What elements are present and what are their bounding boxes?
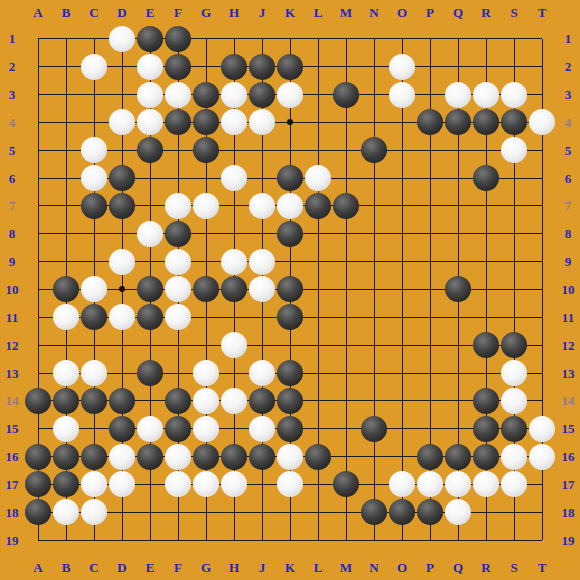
- intersection-B17[interactable]: [52, 470, 80, 498]
- intersection-L2[interactable]: [304, 53, 332, 81]
- intersection-N18[interactable]: [360, 498, 388, 526]
- black-stone-L7[interactable]: [305, 193, 331, 219]
- intersection-D13[interactable]: [108, 359, 136, 387]
- intersection-A11[interactable]: [24, 303, 52, 331]
- intersection-R15[interactable]: [472, 415, 500, 443]
- black-stone-M3[interactable]: [333, 82, 359, 108]
- intersection-M19[interactable]: [332, 526, 360, 554]
- intersection-F8[interactable]: [164, 220, 192, 248]
- intersection-H7[interactable]: [220, 192, 248, 220]
- intersection-H9[interactable]: [220, 248, 248, 276]
- intersection-O9[interactable]: [388, 248, 416, 276]
- black-stone-A16[interactable]: [25, 444, 51, 470]
- intersection-A19[interactable]: [24, 526, 52, 554]
- intersection-H8[interactable]: [220, 220, 248, 248]
- intersection-T9[interactable]: [528, 248, 556, 276]
- intersection-P17[interactable]: [416, 470, 444, 498]
- intersection-A8[interactable]: [24, 220, 52, 248]
- intersection-N3[interactable]: [360, 81, 388, 109]
- white-stone-C5[interactable]: [81, 137, 107, 163]
- intersection-S4[interactable]: [500, 109, 528, 137]
- intersection-K8[interactable]: [276, 220, 304, 248]
- intersection-B14[interactable]: [52, 387, 80, 415]
- white-stone-L6[interactable]: [305, 165, 331, 191]
- intersection-P9[interactable]: [416, 248, 444, 276]
- intersection-E18[interactable]: [136, 498, 164, 526]
- intersection-D9[interactable]: [108, 248, 136, 276]
- intersection-T16[interactable]: [528, 443, 556, 471]
- black-stone-K15[interactable]: [277, 416, 303, 442]
- intersection-S2[interactable]: [500, 53, 528, 81]
- intersection-G10[interactable]: [192, 276, 220, 304]
- intersection-M16[interactable]: [332, 443, 360, 471]
- intersection-S13[interactable]: [500, 359, 528, 387]
- intersection-C2[interactable]: [80, 53, 108, 81]
- intersection-A6[interactable]: [24, 164, 52, 192]
- white-stone-E4[interactable]: [137, 109, 163, 135]
- intersection-G17[interactable]: [192, 470, 220, 498]
- intersection-R1[interactable]: [472, 25, 500, 53]
- intersection-P1[interactable]: [416, 25, 444, 53]
- intersection-C5[interactable]: [80, 136, 108, 164]
- intersection-C4[interactable]: [80, 109, 108, 137]
- black-stone-B17[interactable]: [53, 471, 79, 497]
- intersection-T7[interactable]: [528, 192, 556, 220]
- intersection-D14[interactable]: [108, 387, 136, 415]
- intersection-L12[interactable]: [304, 331, 332, 359]
- intersection-T12[interactable]: [528, 331, 556, 359]
- intersection-Q12[interactable]: [444, 331, 472, 359]
- intersection-J19[interactable]: [248, 526, 276, 554]
- black-stone-A14[interactable]: [25, 388, 51, 414]
- intersection-G18[interactable]: [192, 498, 220, 526]
- intersection-G9[interactable]: [192, 248, 220, 276]
- intersection-R3[interactable]: [472, 81, 500, 109]
- intersection-B19[interactable]: [52, 526, 80, 554]
- intersection-C8[interactable]: [80, 220, 108, 248]
- intersection-S9[interactable]: [500, 248, 528, 276]
- intersection-Q19[interactable]: [444, 526, 472, 554]
- intersection-F6[interactable]: [164, 164, 192, 192]
- black-stone-K14[interactable]: [277, 388, 303, 414]
- intersection-H1[interactable]: [220, 25, 248, 53]
- intersection-F2[interactable]: [164, 53, 192, 81]
- black-stone-F1[interactable]: [165, 26, 191, 52]
- black-stone-D14[interactable]: [109, 388, 135, 414]
- black-stone-F8[interactable]: [165, 221, 191, 247]
- intersection-K19[interactable]: [276, 526, 304, 554]
- intersection-B13[interactable]: [52, 359, 80, 387]
- intersection-Q16[interactable]: [444, 443, 472, 471]
- intersection-E17[interactable]: [136, 470, 164, 498]
- white-stone-R3[interactable]: [473, 82, 499, 108]
- intersection-D12[interactable]: [108, 331, 136, 359]
- black-stone-N5[interactable]: [361, 137, 387, 163]
- intersection-Q18[interactable]: [444, 498, 472, 526]
- intersection-C10[interactable]: [80, 276, 108, 304]
- intersection-N17[interactable]: [360, 470, 388, 498]
- white-stone-J4[interactable]: [249, 109, 275, 135]
- intersection-L14[interactable]: [304, 387, 332, 415]
- white-stone-B11[interactable]: [53, 304, 79, 330]
- intersection-K16[interactable]: [276, 443, 304, 471]
- intersection-S5[interactable]: [500, 136, 528, 164]
- intersection-Q17[interactable]: [444, 470, 472, 498]
- white-stone-J7[interactable]: [249, 193, 275, 219]
- black-stone-Q10[interactable]: [445, 276, 471, 302]
- intersection-C9[interactable]: [80, 248, 108, 276]
- intersection-K10[interactable]: [276, 276, 304, 304]
- intersection-M5[interactable]: [332, 136, 360, 164]
- intersection-F14[interactable]: [164, 387, 192, 415]
- white-stone-T16[interactable]: [529, 444, 555, 470]
- intersection-O16[interactable]: [388, 443, 416, 471]
- intersection-T17[interactable]: [528, 470, 556, 498]
- intersection-L19[interactable]: [304, 526, 332, 554]
- black-stone-G16[interactable]: [193, 444, 219, 470]
- intersection-O3[interactable]: [388, 81, 416, 109]
- intersection-D15[interactable]: [108, 415, 136, 443]
- intersection-F9[interactable]: [164, 248, 192, 276]
- intersection-D1[interactable]: [108, 25, 136, 53]
- white-stone-D16[interactable]: [109, 444, 135, 470]
- white-stone-F16[interactable]: [165, 444, 191, 470]
- intersection-M8[interactable]: [332, 220, 360, 248]
- white-stone-C17[interactable]: [81, 471, 107, 497]
- intersection-P3[interactable]: [416, 81, 444, 109]
- black-stone-P18[interactable]: [417, 499, 443, 525]
- intersection-P16[interactable]: [416, 443, 444, 471]
- intersection-B3[interactable]: [52, 81, 80, 109]
- white-stone-S16[interactable]: [501, 444, 527, 470]
- intersection-R17[interactable]: [472, 470, 500, 498]
- intersection-H15[interactable]: [220, 415, 248, 443]
- intersection-R19[interactable]: [472, 526, 500, 554]
- intersection-E14[interactable]: [136, 387, 164, 415]
- intersection-M13[interactable]: [332, 359, 360, 387]
- black-stone-K6[interactable]: [277, 165, 303, 191]
- black-stone-K11[interactable]: [277, 304, 303, 330]
- intersection-J9[interactable]: [248, 248, 276, 276]
- intersection-P10[interactable]: [416, 276, 444, 304]
- intersection-F4[interactable]: [164, 109, 192, 137]
- intersection-C16[interactable]: [80, 443, 108, 471]
- intersection-P4[interactable]: [416, 109, 444, 137]
- intersection-R11[interactable]: [472, 303, 500, 331]
- intersection-N15[interactable]: [360, 415, 388, 443]
- intersection-D11[interactable]: [108, 303, 136, 331]
- intersection-H18[interactable]: [220, 498, 248, 526]
- intersection-P7[interactable]: [416, 192, 444, 220]
- intersection-F11[interactable]: [164, 303, 192, 331]
- white-stone-T4[interactable]: [529, 109, 555, 135]
- intersection-O4[interactable]: [388, 109, 416, 137]
- intersection-B9[interactable]: [52, 248, 80, 276]
- intersection-N19[interactable]: [360, 526, 388, 554]
- intersection-O5[interactable]: [388, 136, 416, 164]
- white-stone-D17[interactable]: [109, 471, 135, 497]
- intersection-N2[interactable]: [360, 53, 388, 81]
- intersection-D6[interactable]: [108, 164, 136, 192]
- black-stone-R15[interactable]: [473, 416, 499, 442]
- intersection-Q9[interactable]: [444, 248, 472, 276]
- intersection-C3[interactable]: [80, 81, 108, 109]
- intersection-G14[interactable]: [192, 387, 220, 415]
- intersection-B16[interactable]: [52, 443, 80, 471]
- black-stone-C11[interactable]: [81, 304, 107, 330]
- intersection-B15[interactable]: [52, 415, 80, 443]
- intersection-G8[interactable]: [192, 220, 220, 248]
- intersection-N4[interactable]: [360, 109, 388, 137]
- intersection-T2[interactable]: [528, 53, 556, 81]
- white-stone-R17[interactable]: [473, 471, 499, 497]
- intersection-E8[interactable]: [136, 220, 164, 248]
- black-stone-D7[interactable]: [109, 193, 135, 219]
- intersection-O18[interactable]: [388, 498, 416, 526]
- intersection-H19[interactable]: [220, 526, 248, 554]
- black-stone-E11[interactable]: [137, 304, 163, 330]
- white-stone-Q17[interactable]: [445, 471, 471, 497]
- black-stone-F14[interactable]: [165, 388, 191, 414]
- intersection-Q5[interactable]: [444, 136, 472, 164]
- intersection-O14[interactable]: [388, 387, 416, 415]
- white-stone-B13[interactable]: [53, 360, 79, 386]
- intersection-B8[interactable]: [52, 220, 80, 248]
- intersection-N1[interactable]: [360, 25, 388, 53]
- white-stone-S5[interactable]: [501, 137, 527, 163]
- intersection-K2[interactable]: [276, 53, 304, 81]
- intersection-J2[interactable]: [248, 53, 276, 81]
- black-stone-M17[interactable]: [333, 471, 359, 497]
- intersection-E1[interactable]: [136, 25, 164, 53]
- intersection-R7[interactable]: [472, 192, 500, 220]
- intersection-P15[interactable]: [416, 415, 444, 443]
- intersection-L5[interactable]: [304, 136, 332, 164]
- intersection-M1[interactable]: [332, 25, 360, 53]
- intersection-B5[interactable]: [52, 136, 80, 164]
- black-stone-F15[interactable]: [165, 416, 191, 442]
- intersection-D10[interactable]: [108, 276, 136, 304]
- intersection-L17[interactable]: [304, 470, 332, 498]
- intersection-Q14[interactable]: [444, 387, 472, 415]
- white-stone-H9[interactable]: [221, 249, 247, 275]
- white-stone-D1[interactable]: [109, 26, 135, 52]
- intersection-R18[interactable]: [472, 498, 500, 526]
- black-stone-P16[interactable]: [417, 444, 443, 470]
- intersection-G6[interactable]: [192, 164, 220, 192]
- white-stone-J10[interactable]: [249, 276, 275, 302]
- intersection-A1[interactable]: [24, 25, 52, 53]
- intersection-D18[interactable]: [108, 498, 136, 526]
- intersection-S19[interactable]: [500, 526, 528, 554]
- intersection-K9[interactable]: [276, 248, 304, 276]
- intersection-G5[interactable]: [192, 136, 220, 164]
- intersection-H2[interactable]: [220, 53, 248, 81]
- white-stone-G17[interactable]: [193, 471, 219, 497]
- intersection-F10[interactable]: [164, 276, 192, 304]
- white-stone-C2[interactable]: [81, 54, 107, 80]
- intersection-G2[interactable]: [192, 53, 220, 81]
- white-stone-G15[interactable]: [193, 416, 219, 442]
- intersection-T8[interactable]: [528, 220, 556, 248]
- intersection-E12[interactable]: [136, 331, 164, 359]
- intersection-R12[interactable]: [472, 331, 500, 359]
- white-stone-S17[interactable]: [501, 471, 527, 497]
- intersection-N10[interactable]: [360, 276, 388, 304]
- intersection-Q6[interactable]: [444, 164, 472, 192]
- intersection-T19[interactable]: [528, 526, 556, 554]
- intersection-H12[interactable]: [220, 331, 248, 359]
- white-stone-B15[interactable]: [53, 416, 79, 442]
- intersection-T10[interactable]: [528, 276, 556, 304]
- intersection-L6[interactable]: [304, 164, 332, 192]
- white-stone-O2[interactable]: [389, 54, 415, 80]
- black-stone-R6[interactable]: [473, 165, 499, 191]
- intersection-S3[interactable]: [500, 81, 528, 109]
- intersection-A17[interactable]: [24, 470, 52, 498]
- intersection-A14[interactable]: [24, 387, 52, 415]
- intersection-A2[interactable]: [24, 53, 52, 81]
- intersection-G4[interactable]: [192, 109, 220, 137]
- white-stone-S14[interactable]: [501, 388, 527, 414]
- black-stone-R16[interactable]: [473, 444, 499, 470]
- black-stone-C7[interactable]: [81, 193, 107, 219]
- intersection-K14[interactable]: [276, 387, 304, 415]
- black-stone-J14[interactable]: [249, 388, 275, 414]
- intersection-Q7[interactable]: [444, 192, 472, 220]
- intersection-T14[interactable]: [528, 387, 556, 415]
- intersection-F7[interactable]: [164, 192, 192, 220]
- black-stone-B16[interactable]: [53, 444, 79, 470]
- intersection-J5[interactable]: [248, 136, 276, 164]
- intersection-M3[interactable]: [332, 81, 360, 109]
- intersection-G15[interactable]: [192, 415, 220, 443]
- intersection-O12[interactable]: [388, 331, 416, 359]
- intersection-F12[interactable]: [164, 331, 192, 359]
- intersection-A13[interactable]: [24, 359, 52, 387]
- black-stone-K13[interactable]: [277, 360, 303, 386]
- intersection-N6[interactable]: [360, 164, 388, 192]
- black-stone-J16[interactable]: [249, 444, 275, 470]
- intersection-L7[interactable]: [304, 192, 332, 220]
- intersection-D19[interactable]: [108, 526, 136, 554]
- white-stone-Q18[interactable]: [445, 499, 471, 525]
- white-stone-K16[interactable]: [277, 444, 303, 470]
- white-stone-S3[interactable]: [501, 82, 527, 108]
- intersection-R4[interactable]: [472, 109, 500, 137]
- black-stone-B14[interactable]: [53, 388, 79, 414]
- intersection-B2[interactable]: [52, 53, 80, 81]
- intersection-M11[interactable]: [332, 303, 360, 331]
- intersection-O2[interactable]: [388, 53, 416, 81]
- black-stone-M7[interactable]: [333, 193, 359, 219]
- intersection-N13[interactable]: [360, 359, 388, 387]
- intersection-G12[interactable]: [192, 331, 220, 359]
- black-stone-D6[interactable]: [109, 165, 135, 191]
- white-stone-P17[interactable]: [417, 471, 443, 497]
- black-stone-L16[interactable]: [305, 444, 331, 470]
- intersection-P14[interactable]: [416, 387, 444, 415]
- white-stone-C10[interactable]: [81, 276, 107, 302]
- intersection-O17[interactable]: [388, 470, 416, 498]
- intersection-N8[interactable]: [360, 220, 388, 248]
- intersection-A15[interactable]: [24, 415, 52, 443]
- intersection-K1[interactable]: [276, 25, 304, 53]
- intersection-L9[interactable]: [304, 248, 332, 276]
- black-stone-H10[interactable]: [221, 276, 247, 302]
- intersection-S11[interactable]: [500, 303, 528, 331]
- intersection-P13[interactable]: [416, 359, 444, 387]
- black-stone-N18[interactable]: [361, 499, 387, 525]
- white-stone-Q3[interactable]: [445, 82, 471, 108]
- white-stone-D9[interactable]: [109, 249, 135, 275]
- white-stone-J9[interactable]: [249, 249, 275, 275]
- intersection-H10[interactable]: [220, 276, 248, 304]
- black-stone-E13[interactable]: [137, 360, 163, 386]
- intersection-D3[interactable]: [108, 81, 136, 109]
- white-stone-C18[interactable]: [81, 499, 107, 525]
- intersection-H5[interactable]: [220, 136, 248, 164]
- intersection-A18[interactable]: [24, 498, 52, 526]
- intersection-M2[interactable]: [332, 53, 360, 81]
- black-stone-A18[interactable]: [25, 499, 51, 525]
- intersection-A16[interactable]: [24, 443, 52, 471]
- intersection-T5[interactable]: [528, 136, 556, 164]
- white-stone-J13[interactable]: [249, 360, 275, 386]
- intersection-L10[interactable]: [304, 276, 332, 304]
- intersection-F16[interactable]: [164, 443, 192, 471]
- black-stone-F2[interactable]: [165, 54, 191, 80]
- intersection-A9[interactable]: [24, 248, 52, 276]
- white-stone-T15[interactable]: [529, 416, 555, 442]
- white-stone-H6[interactable]: [221, 165, 247, 191]
- intersection-P18[interactable]: [416, 498, 444, 526]
- intersection-J17[interactable]: [248, 470, 276, 498]
- intersection-B10[interactable]: [52, 276, 80, 304]
- intersection-K7[interactable]: [276, 192, 304, 220]
- intersection-F5[interactable]: [164, 136, 192, 164]
- white-stone-O17[interactable]: [389, 471, 415, 497]
- intersection-T13[interactable]: [528, 359, 556, 387]
- intersection-B6[interactable]: [52, 164, 80, 192]
- intersection-E4[interactable]: [136, 109, 164, 137]
- intersection-G16[interactable]: [192, 443, 220, 471]
- intersection-H3[interactable]: [220, 81, 248, 109]
- intersection-F19[interactable]: [164, 526, 192, 554]
- white-stone-F10[interactable]: [165, 276, 191, 302]
- intersection-A4[interactable]: [24, 109, 52, 137]
- intersection-B7[interactable]: [52, 192, 80, 220]
- intersection-P6[interactable]: [416, 164, 444, 192]
- white-stone-K7[interactable]: [277, 193, 303, 219]
- intersection-E6[interactable]: [136, 164, 164, 192]
- black-stone-K8[interactable]: [277, 221, 303, 247]
- intersection-B1[interactable]: [52, 25, 80, 53]
- intersection-D7[interactable]: [108, 192, 136, 220]
- intersection-C15[interactable]: [80, 415, 108, 443]
- intersection-S12[interactable]: [500, 331, 528, 359]
- white-stone-F11[interactable]: [165, 304, 191, 330]
- intersection-C19[interactable]: [80, 526, 108, 554]
- intersection-S15[interactable]: [500, 415, 528, 443]
- intersection-J3[interactable]: [248, 81, 276, 109]
- intersection-Q2[interactable]: [444, 53, 472, 81]
- intersection-E16[interactable]: [136, 443, 164, 471]
- intersection-Q13[interactable]: [444, 359, 472, 387]
- white-stone-D11[interactable]: [109, 304, 135, 330]
- intersection-J18[interactable]: [248, 498, 276, 526]
- intersection-C6[interactable]: [80, 164, 108, 192]
